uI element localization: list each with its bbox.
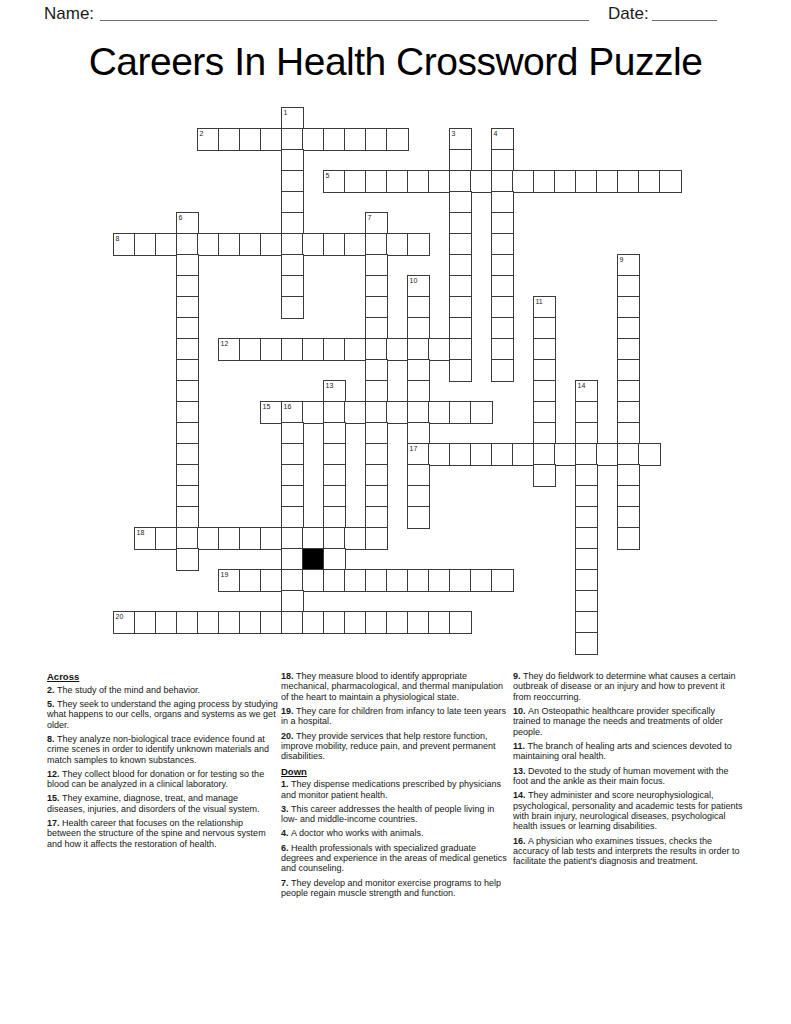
- clue-number: 7: [368, 214, 372, 221]
- grid-cell[interactable]: 15: [260, 401, 283, 424]
- grid-cell[interactable]: [617, 317, 640, 340]
- grid-cell[interactable]: [428, 401, 451, 424]
- clue-num: 13.: [513, 766, 528, 776]
- grid-cell[interactable]: [176, 338, 199, 361]
- grid-cell[interactable]: [365, 611, 388, 634]
- clue-across-19: 19. They care for children from infancy …: [281, 706, 510, 727]
- grid-cell[interactable]: 12: [218, 338, 241, 361]
- grid-cell[interactable]: [491, 317, 514, 340]
- grid-cell[interactable]: [386, 128, 409, 151]
- grid-cell[interactable]: 9: [617, 254, 640, 277]
- clue-text: This career addresses the health of peop…: [281, 804, 494, 824]
- grid-cell[interactable]: [281, 275, 304, 298]
- grid-cell[interactable]: 18: [134, 527, 157, 550]
- clue-down-13: 13. Devoted to the study of human moveme…: [513, 766, 744, 787]
- grid-cell[interactable]: [554, 170, 577, 193]
- grid-cell[interactable]: [533, 380, 556, 403]
- grid-cell[interactable]: [134, 233, 157, 256]
- grid-cell[interactable]: [617, 506, 640, 529]
- worksheet-page: Name: Date: Careers In Health Crossword …: [0, 0, 791, 1024]
- grid-cell[interactable]: [533, 443, 556, 466]
- grid-cell[interactable]: [449, 359, 472, 382]
- grid-cell[interactable]: [428, 170, 451, 193]
- grid-cell[interactable]: [302, 527, 325, 550]
- grid-cell[interactable]: [575, 548, 598, 571]
- grid-cell[interactable]: [323, 611, 346, 634]
- clue-number: 19: [221, 571, 229, 578]
- grid-cell[interactable]: [491, 443, 514, 466]
- name-input-line[interactable]: [100, 20, 589, 21]
- grid-cell[interactable]: 20: [113, 611, 136, 634]
- grid-cell[interactable]: [428, 569, 451, 592]
- grid-cell[interactable]: [638, 443, 661, 466]
- grid-cell[interactable]: [533, 359, 556, 382]
- grid-cell[interactable]: 19: [218, 569, 241, 592]
- grid-cell[interactable]: [491, 191, 514, 214]
- clue-down-11: 11. The branch of healing arts and scien…: [513, 741, 744, 762]
- grid-cell[interactable]: [617, 422, 640, 445]
- grid-cell[interactable]: [365, 128, 388, 151]
- grid-cell[interactable]: [176, 359, 199, 382]
- grid-cell[interactable]: [281, 338, 304, 361]
- clue-text: They provide services that help restore …: [281, 731, 495, 762]
- clue-text: They develop and monitor exercise progra…: [281, 878, 501, 898]
- grid-cell[interactable]: [281, 611, 304, 634]
- grid-cell[interactable]: [386, 401, 409, 424]
- clue-down-14: 14. They administer and score neurophysi…: [513, 790, 744, 832]
- grid-cell[interactable]: 13: [323, 380, 346, 403]
- grid-cell[interactable]: [491, 212, 514, 235]
- grid-cell[interactable]: [512, 170, 535, 193]
- grid-cell[interactable]: [575, 611, 598, 634]
- grid-cell[interactable]: [344, 128, 367, 151]
- grid-cell[interactable]: [386, 170, 409, 193]
- grid-cell[interactable]: [281, 506, 304, 529]
- grid-cell[interactable]: [281, 590, 304, 613]
- grid-cell[interactable]: [281, 170, 304, 193]
- grid-cell[interactable]: 8: [113, 233, 136, 256]
- clue-number: 2: [200, 130, 204, 137]
- grid-cell[interactable]: [533, 401, 556, 424]
- grid-cell[interactable]: [176, 317, 199, 340]
- grid-cell[interactable]: [407, 233, 430, 256]
- clue-text: Health career that focuses on the relati…: [47, 818, 266, 849]
- grid-cell[interactable]: [176, 611, 199, 634]
- grid-cell[interactable]: 10: [407, 275, 430, 298]
- grid-cell[interactable]: 7: [365, 212, 388, 235]
- grid-cell[interactable]: [344, 170, 367, 193]
- grid-cell[interactable]: [176, 296, 199, 319]
- grid-cell[interactable]: [323, 338, 346, 361]
- clue-text: An Osteopathic healthcare provider speci…: [513, 706, 723, 737]
- grid-cell[interactable]: [407, 506, 430, 529]
- grid-cell[interactable]: [176, 233, 199, 256]
- grid-cell[interactable]: [344, 569, 367, 592]
- clue-text: Health professionals with specialized gr…: [281, 843, 507, 874]
- grid-cell[interactable]: [323, 422, 346, 445]
- grid-cell[interactable]: [176, 485, 199, 508]
- clue-number: 17: [410, 445, 418, 452]
- grid-cell[interactable]: [155, 233, 178, 256]
- grid-cell[interactable]: [302, 233, 325, 256]
- grid-cell[interactable]: [281, 254, 304, 277]
- grid-cell[interactable]: 2: [197, 128, 220, 151]
- crossword-grid: 1234567891011121314151617181920: [113, 107, 681, 654]
- grid-cell[interactable]: [449, 275, 472, 298]
- clue-text: A doctor who works with animals.: [291, 828, 424, 838]
- grid-cell[interactable]: [365, 527, 388, 550]
- grid-cell[interactable]: [533, 317, 556, 340]
- clue-number: 1: [284, 109, 288, 116]
- grid-cell[interactable]: [407, 359, 430, 382]
- grid-cell[interactable]: [239, 569, 262, 592]
- grid-cell[interactable]: [281, 527, 304, 550]
- grid-cell[interactable]: [260, 569, 283, 592]
- grid-cell[interactable]: [575, 464, 598, 487]
- date-input-line[interactable]: [652, 20, 717, 21]
- grid-cell[interactable]: [281, 422, 304, 445]
- grid-cell[interactable]: [281, 485, 304, 508]
- clue-number: 12: [221, 340, 229, 347]
- grid-cell[interactable]: [260, 128, 283, 151]
- clue-down-10: 10. An Osteopathic healthcare provider s…: [513, 706, 744, 737]
- grid-cell[interactable]: [470, 170, 493, 193]
- grid-cell[interactable]: [449, 170, 472, 193]
- grid-cell[interactable]: [470, 401, 493, 424]
- clue-down-7: 7. They develop and monitor exercise pro…: [281, 878, 510, 899]
- grid-cell[interactable]: [617, 464, 640, 487]
- grid-cell[interactable]: [449, 212, 472, 235]
- name-label: Name:: [44, 4, 94, 24]
- grid-cell[interactable]: [323, 401, 346, 424]
- grid-cell[interactable]: [470, 569, 493, 592]
- grid-cell[interactable]: [575, 485, 598, 508]
- clue-across-2: 2. The study of the mind and behavior.: [47, 685, 278, 695]
- clue-number: 18: [137, 529, 145, 536]
- grid-cell[interactable]: [365, 317, 388, 340]
- grid-cell[interactable]: [386, 569, 409, 592]
- grid-cell[interactable]: [218, 611, 241, 634]
- grid-cell[interactable]: [449, 296, 472, 319]
- grid-cell[interactable]: 17: [407, 443, 430, 466]
- grid-cell[interactable]: [617, 380, 640, 403]
- grid-cell[interactable]: [449, 233, 472, 256]
- grid-cell[interactable]: [218, 128, 241, 151]
- grid-cell[interactable]: [386, 338, 409, 361]
- grid-cell[interactable]: [365, 254, 388, 277]
- clue-number: 16: [284, 403, 292, 410]
- grid-cell[interactable]: [176, 401, 199, 424]
- grid-cell[interactable]: [302, 128, 325, 151]
- grid-cell[interactable]: [344, 401, 367, 424]
- grid-cell[interactable]: [617, 527, 640, 550]
- clue-across-20: 20. They provide services that help rest…: [281, 731, 510, 762]
- grid-cell[interactable]: [386, 233, 409, 256]
- grid-cell[interactable]: [281, 233, 304, 256]
- grid-cell[interactable]: [491, 254, 514, 277]
- grid-cell[interactable]: [533, 170, 556, 193]
- clue-text: They care for children from infancy to l…: [281, 706, 506, 726]
- grid-cell[interactable]: [491, 296, 514, 319]
- grid-cell[interactable]: [176, 464, 199, 487]
- grid-cell[interactable]: [281, 191, 304, 214]
- clue-number: 3: [452, 130, 456, 137]
- clue-text: The branch of healing arts and sciences …: [513, 741, 732, 761]
- grid-cell[interactable]: [491, 569, 514, 592]
- clue-num: 20.: [281, 731, 296, 741]
- grid-cell[interactable]: [260, 233, 283, 256]
- clue-num: 4.: [281, 828, 291, 838]
- clue-text: A physician who examines tissues, checks…: [513, 836, 740, 867]
- grid-cell[interactable]: [617, 338, 640, 361]
- grid-cell[interactable]: [575, 527, 598, 550]
- clue-across-12: 12. They collect blood for donation or f…: [47, 769, 278, 790]
- grid-cell[interactable]: [365, 443, 388, 466]
- grid-cell[interactable]: [491, 149, 514, 172]
- grid-cell[interactable]: [449, 611, 472, 634]
- grid-cell[interactable]: [449, 443, 472, 466]
- grid-cell[interactable]: [323, 443, 346, 466]
- grid-cell[interactable]: [407, 338, 430, 361]
- clue-num: 12.: [47, 769, 62, 779]
- grid-cell[interactable]: [176, 506, 199, 529]
- clue-num: 15.: [47, 793, 62, 803]
- grid-cell[interactable]: [491, 170, 514, 193]
- grid-cell[interactable]: [407, 401, 430, 424]
- grid-cell[interactable]: [344, 611, 367, 634]
- grid-cell[interactable]: 3: [449, 128, 472, 151]
- clue-number: 11: [536, 298, 543, 305]
- grid-cell[interactable]: [365, 464, 388, 487]
- clue-text: They administer and score neurophysiolog…: [513, 790, 743, 831]
- grid-cell[interactable]: [575, 422, 598, 445]
- grid-cell[interactable]: [281, 296, 304, 319]
- grid-cell[interactable]: [260, 338, 283, 361]
- grid-cell[interactable]: [428, 338, 451, 361]
- grid-cell[interactable]: [323, 506, 346, 529]
- grid-cell[interactable]: [155, 611, 178, 634]
- grid-cell[interactable]: [323, 485, 346, 508]
- grid-cell[interactable]: [533, 338, 556, 361]
- grid-cell[interactable]: [449, 254, 472, 277]
- grid-cell[interactable]: [155, 527, 178, 550]
- grid-cell[interactable]: [512, 443, 535, 466]
- clue-text: They do fieldwork to determine what caus…: [513, 671, 736, 702]
- grid-cell[interactable]: [323, 128, 346, 151]
- grid-cell[interactable]: [575, 632, 598, 655]
- grid-cell[interactable]: [365, 485, 388, 508]
- grid-cell[interactable]: [365, 338, 388, 361]
- grid-cell[interactable]: [554, 443, 577, 466]
- clue-text: They dispense medications prescribed by …: [281, 779, 501, 799]
- grid-cell[interactable]: [260, 527, 283, 550]
- clue-number: 8: [116, 235, 120, 242]
- grid-cell[interactable]: [533, 422, 556, 445]
- grid-cell[interactable]: [302, 569, 325, 592]
- grid-cell[interactable]: [239, 611, 262, 634]
- grid-cell[interactable]: [365, 401, 388, 424]
- grid-cell[interactable]: [617, 296, 640, 319]
- clue-num: 5.: [47, 699, 57, 709]
- grid-cell[interactable]: [365, 233, 388, 256]
- grid-cell[interactable]: [449, 338, 472, 361]
- grid-cell[interactable]: [491, 275, 514, 298]
- grid-cell[interactable]: [365, 275, 388, 298]
- grid-cell[interactable]: [659, 170, 682, 193]
- grid-cell[interactable]: [491, 233, 514, 256]
- grid-cell[interactable]: [134, 611, 157, 634]
- clue-down-3: 3. This career addresses the health of p…: [281, 804, 510, 825]
- grid-cell[interactable]: [449, 191, 472, 214]
- grid-cell[interactable]: [176, 275, 199, 298]
- grid-cell[interactable]: [449, 401, 472, 424]
- clue-column-1: Across2. The study of the mind and behav…: [47, 671, 278, 853]
- grid-cell[interactable]: [176, 422, 199, 445]
- clue-text: They seek to understand the aging proces…: [47, 699, 278, 730]
- grid-cell[interactable]: [344, 338, 367, 361]
- grid-cell[interactable]: [365, 569, 388, 592]
- grid-cell[interactable]: 4: [491, 128, 514, 151]
- grid-cell[interactable]: [323, 527, 346, 550]
- clue-across-5: 5. They seek to understand the aging pro…: [47, 699, 278, 730]
- grid-cell[interactable]: [407, 569, 430, 592]
- grid-cell[interactable]: [575, 569, 598, 592]
- grid-cell[interactable]: [302, 401, 325, 424]
- grid-cell[interactable]: [596, 170, 619, 193]
- grid-cell[interactable]: [575, 506, 598, 529]
- grid-cell[interactable]: [197, 611, 220, 634]
- grid-cell[interactable]: [386, 611, 409, 634]
- clue-num: 19.: [281, 706, 296, 716]
- grid-cell[interactable]: [575, 443, 598, 466]
- grid-cell[interactable]: [302, 611, 325, 634]
- grid-cell[interactable]: [197, 233, 220, 256]
- grid-cell[interactable]: [344, 527, 367, 550]
- grid-cell[interactable]: [638, 170, 661, 193]
- date-label: Date:: [608, 4, 649, 24]
- grid-cell[interactable]: [617, 401, 640, 424]
- grid-cell[interactable]: [281, 548, 304, 571]
- grid-cell[interactable]: [365, 506, 388, 529]
- grid-cell[interactable]: [365, 170, 388, 193]
- grid-cell[interactable]: [407, 317, 430, 340]
- grid-cell[interactable]: [596, 443, 619, 466]
- clue-num: 18.: [281, 671, 296, 681]
- clue-num: 17.: [47, 818, 62, 828]
- grid-cell[interactable]: [575, 590, 598, 613]
- grid-cell[interactable]: 11: [533, 296, 556, 319]
- clue-column-3: 9. They do fieldwork to determine what c…: [513, 671, 744, 871]
- grid-cell[interactable]: 14: [575, 380, 598, 403]
- grid-cell[interactable]: [533, 464, 556, 487]
- grid-cell[interactable]: [470, 443, 493, 466]
- grid-cell[interactable]: 6: [176, 212, 199, 235]
- grid-cell[interactable]: [323, 548, 346, 571]
- grid-cell[interactable]: [176, 548, 199, 571]
- grid-cell[interactable]: [407, 422, 430, 445]
- clue-num: 16.: [513, 836, 528, 846]
- grid-cell[interactable]: [407, 611, 430, 634]
- grid-cell[interactable]: [281, 569, 304, 592]
- grid-cell[interactable]: [260, 611, 283, 634]
- clue-text: They measure blood to identify appropria…: [281, 671, 503, 702]
- grid-cell[interactable]: [365, 296, 388, 319]
- grid-cell[interactable]: 16: [281, 401, 304, 424]
- clue-heading-down: Down: [281, 766, 510, 777]
- grid-cell[interactable]: [176, 443, 199, 466]
- grid-cell[interactable]: [302, 338, 325, 361]
- grid-cell[interactable]: [449, 149, 472, 172]
- grid-cell[interactable]: [239, 233, 262, 256]
- grid-cell[interactable]: [218, 527, 241, 550]
- grid-cell[interactable]: [281, 149, 304, 172]
- grid-cell[interactable]: [218, 233, 241, 256]
- clue-number: 14: [578, 382, 586, 389]
- grid-cell[interactable]: [449, 317, 472, 340]
- grid-cell[interactable]: [365, 380, 388, 403]
- grid-cell[interactable]: [617, 359, 640, 382]
- clue-text: Devoted to the study of human movement w…: [513, 766, 729, 786]
- grid-cell[interactable]: 5: [323, 170, 346, 193]
- clue-num: 2.: [47, 685, 57, 695]
- grid-cell[interactable]: [176, 527, 199, 550]
- grid-cell[interactable]: [617, 275, 640, 298]
- grid-cell[interactable]: [197, 527, 220, 550]
- grid-cell[interactable]: [323, 233, 346, 256]
- clue-number: 4: [494, 130, 498, 137]
- grid-cell[interactable]: [428, 443, 451, 466]
- clue-down-9: 9. They do fieldwork to determine what c…: [513, 671, 744, 702]
- grid-cell[interactable]: [491, 359, 514, 382]
- clue-number: 5: [326, 172, 330, 179]
- clue-heading-across: Across: [47, 671, 278, 682]
- grid-cell[interactable]: [176, 380, 199, 403]
- grid-cell[interactable]: [617, 443, 640, 466]
- clue-num: 14.: [513, 790, 528, 800]
- grid-cell[interactable]: [449, 569, 472, 592]
- grid-cell[interactable]: [239, 338, 262, 361]
- grid-cell[interactable]: [176, 254, 199, 277]
- grid-cell[interactable]: 1: [281, 107, 304, 130]
- clue-num: 7.: [281, 878, 291, 888]
- grid-cell[interactable]: [407, 485, 430, 508]
- grid-cell[interactable]: [407, 296, 430, 319]
- clue-across-18: 18. They measure blood to identify appro…: [281, 671, 510, 702]
- grid-cell[interactable]: [281, 128, 304, 151]
- grid-cell[interactable]: [344, 233, 367, 256]
- clue-number: 20: [116, 613, 124, 620]
- grid-cell[interactable]: [323, 569, 346, 592]
- grid-cell[interactable]: [365, 359, 388, 382]
- grid-cell[interactable]: [281, 464, 304, 487]
- grid-cell[interactable]: [575, 170, 598, 193]
- grid-cell[interactable]: [323, 464, 346, 487]
- grid-cell[interactable]: [491, 338, 514, 361]
- grid-cell[interactable]: [365, 422, 388, 445]
- grid-cell[interactable]: [407, 170, 430, 193]
- grid-cell[interactable]: [575, 401, 598, 424]
- grid-cell[interactable]: [428, 611, 451, 634]
- grid-cell[interactable]: [617, 485, 640, 508]
- grid-cell[interactable]: [239, 527, 262, 550]
- clue-down-6: 6. Health professionals with specialized…: [281, 843, 510, 874]
- grid-cell[interactable]: [617, 170, 640, 193]
- grid-cell[interactable]: [407, 464, 430, 487]
- grid-cell[interactable]: [281, 212, 304, 235]
- grid-cell[interactable]: [239, 128, 262, 151]
- grid-cell[interactable]: [407, 380, 430, 403]
- grid-cell[interactable]: [281, 443, 304, 466]
